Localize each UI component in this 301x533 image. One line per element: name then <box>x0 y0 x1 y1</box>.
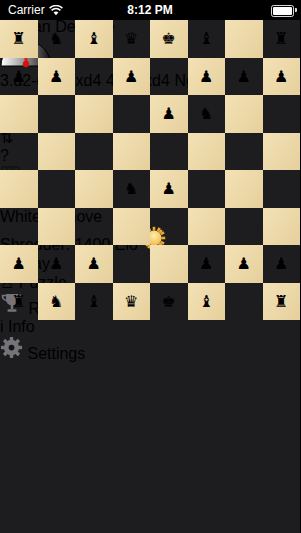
square-h4[interactable] <box>263 170 301 208</box>
black-king: ♚ <box>162 29 176 48</box>
battery-icon <box>271 5 294 17</box>
square-g8[interactable] <box>225 20 263 58</box>
black-pawn: ♟ <box>162 104 176 123</box>
square-b3[interactable] <box>38 208 76 246</box>
square-a3[interactable] <box>0 208 38 246</box>
square-e7[interactable] <box>150 58 188 96</box>
square-g2[interactable]: ♟ <box>225 245 263 283</box>
square-h5[interactable] <box>263 133 301 171</box>
square-c2[interactable]: ♟ <box>75 245 113 283</box>
square-h3[interactable] <box>263 208 301 246</box>
square-h2[interactable]: ♟ <box>263 245 301 283</box>
square-a4[interactable] <box>0 170 38 208</box>
white-queen: ♛ <box>124 292 138 311</box>
square-c1[interactable]: ♝ <box>75 283 113 321</box>
status-bar: Carrier 8:12 PM <box>0 0 300 20</box>
gear-icon <box>0 345 27 362</box>
square-a1[interactable]: ♜ <box>0 283 38 321</box>
square-d1[interactable]: ♛ <box>113 283 151 321</box>
square-g1[interactable] <box>225 283 263 321</box>
square-e4[interactable]: ♟ <box>150 170 188 208</box>
black-pawn: ♟ <box>199 67 213 86</box>
white-pawn: ♟ <box>87 254 101 273</box>
white-rook: ♜ <box>274 292 288 311</box>
square-h6[interactable] <box>263 95 301 133</box>
square-e3[interactable] <box>150 208 188 246</box>
square-c4[interactable] <box>75 170 113 208</box>
square-d4[interactable]: ♞ <box>113 170 151 208</box>
white-pawn: ♟ <box>162 179 176 198</box>
square-g7[interactable]: ♟ <box>225 58 263 96</box>
square-d6[interactable] <box>113 95 151 133</box>
square-b7[interactable]: ♟ <box>38 58 76 96</box>
white-pawn: ♟ <box>12 254 26 273</box>
square-d5[interactable] <box>113 133 151 171</box>
square-f5[interactable] <box>188 133 226 171</box>
square-c5[interactable] <box>75 133 113 171</box>
white-bishop: ♝ <box>199 292 213 311</box>
black-pawn: ♟ <box>12 67 26 86</box>
white-pawn: ♟ <box>237 254 251 273</box>
white-pawn: ♟ <box>49 254 63 273</box>
black-pawn: ♟ <box>274 67 288 86</box>
square-f3[interactable] <box>188 208 226 246</box>
square-g3[interactable] <box>225 208 263 246</box>
square-f4[interactable] <box>188 170 226 208</box>
square-e1[interactable]: ♚ <box>150 283 188 321</box>
white-rook: ♜ <box>12 292 26 311</box>
square-g5[interactable] <box>225 133 263 171</box>
square-b4[interactable] <box>38 170 76 208</box>
square-c6[interactable] <box>75 95 113 133</box>
square-a2[interactable]: ♟ <box>0 245 38 283</box>
square-d2[interactable] <box>113 245 151 283</box>
square-f1[interactable]: ♝ <box>188 283 226 321</box>
square-e5[interactable] <box>150 133 188 171</box>
square-h1[interactable]: ♜ <box>263 283 301 321</box>
black-rook: ♜ <box>12 29 26 48</box>
square-e8[interactable]: ♚ <box>150 20 188 58</box>
square-b5[interactable] <box>38 133 76 171</box>
tab-settings-label: Settings <box>27 345 85 362</box>
black-knight: ♞ <box>49 29 63 48</box>
white-bishop: ♝ <box>87 292 101 311</box>
white-pawn: ♟ <box>199 254 213 273</box>
square-a6[interactable] <box>0 95 38 133</box>
square-f6[interactable]: ♞ <box>188 95 226 133</box>
square-e2[interactable] <box>150 245 188 283</box>
square-c3[interactable] <box>75 208 113 246</box>
white-knight: ♞ <box>124 179 138 198</box>
tab-info[interactable]: i Info <box>0 318 300 336</box>
square-b6[interactable] <box>38 95 76 133</box>
square-h7[interactable]: ♟ <box>263 58 301 96</box>
square-f2[interactable]: ♟ <box>188 245 226 283</box>
square-a7[interactable]: ♟ <box>0 58 38 96</box>
black-pawn: ♟ <box>237 67 251 86</box>
app-window: Carrier 8:12 PM ♜♞♝♛♚♝♜♟♟♟♟♟♟♟♞♞♟♟♟♟♟♟♟♜… <box>0 0 300 533</box>
square-h8[interactable]: ♜ <box>263 20 301 58</box>
black-queen: ♛ <box>124 29 138 48</box>
square-b8[interactable]: ♞ <box>38 20 76 58</box>
chess-board[interactable]: ♜♞♝♛♚♝♜♟♟♟♟♟♟♟♞♞♟♟♟♟♟♟♟♜♞♝♛♚♝♜ <box>0 20 300 320</box>
black-knight: ♞ <box>199 104 213 123</box>
square-g4[interactable] <box>225 170 263 208</box>
square-f8[interactable]: ♝ <box>188 20 226 58</box>
black-rook: ♜ <box>274 29 288 48</box>
square-d7[interactable]: ♟ <box>113 58 151 96</box>
square-d3[interactable] <box>113 208 151 246</box>
black-bishop: ♝ <box>199 29 213 48</box>
square-g6[interactable] <box>225 95 263 133</box>
black-pawn: ♟ <box>124 67 138 86</box>
square-c8[interactable]: ♝ <box>75 20 113 58</box>
square-a5[interactable] <box>0 133 38 171</box>
tab-settings[interactable]: Settings <box>0 336 300 363</box>
black-bishop: ♝ <box>87 29 101 48</box>
white-pawn: ♟ <box>274 254 288 273</box>
info-icon: i <box>0 318 4 335</box>
black-pawn: ♟ <box>49 67 63 86</box>
battery-nub <box>295 8 297 12</box>
square-c7[interactable] <box>75 58 113 96</box>
square-d8[interactable]: ♛ <box>113 20 151 58</box>
square-b2[interactable]: ♟ <box>38 245 76 283</box>
square-e6[interactable]: ♟ <box>150 95 188 133</box>
tab-info-label: Info <box>8 318 35 335</box>
clock: 8:12 PM <box>0 3 300 17</box>
white-king: ♚ <box>162 292 176 311</box>
square-b1[interactable]: ♞ <box>38 283 76 321</box>
square-f7[interactable]: ♟ <box>188 58 226 96</box>
square-a8[interactable]: ♜ <box>0 20 38 58</box>
white-knight: ♞ <box>49 292 63 311</box>
